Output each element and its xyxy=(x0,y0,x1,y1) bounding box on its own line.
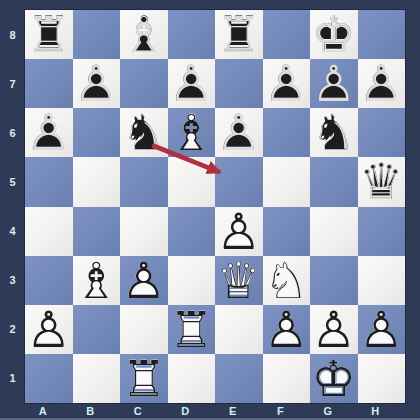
white-pawn[interactable]: ♟♙ xyxy=(358,305,406,354)
square-a2[interactable]: ♟♙ xyxy=(25,305,73,354)
square-f5[interactable] xyxy=(263,157,311,206)
black-rook-glyph: ♜ xyxy=(26,10,71,60)
square-d3[interactable] xyxy=(168,256,216,305)
square-d5[interactable] xyxy=(168,157,216,206)
white-pawn[interactable]: ♟♙ xyxy=(310,305,358,354)
black-pawn-glyph: ♟ xyxy=(169,59,214,109)
black-bishop-glyph: ♝ xyxy=(121,10,166,60)
black-rook-outline: ♖ xyxy=(26,10,71,60)
black-rook-glyph: ♜ xyxy=(216,10,261,60)
white-bishop-outline: ♗ xyxy=(74,256,119,306)
square-b5[interactable] xyxy=(73,157,121,206)
square-a1[interactable] xyxy=(25,354,73,403)
white-pawn-glyph: ♟ xyxy=(216,207,261,257)
black-king-glyph: ♚ xyxy=(311,10,356,60)
white-pawn-glyph: ♟ xyxy=(26,305,71,355)
black-pawn-glyph: ♟ xyxy=(311,59,356,109)
black-knight-glyph: ♞ xyxy=(311,108,356,158)
black-pawn-glyph: ♟ xyxy=(264,59,309,109)
white-pawn-glyph: ♟ xyxy=(121,256,166,306)
white-pawn[interactable]: ♟♙ xyxy=(215,207,263,256)
black-pawn[interactable]: ♟♙ xyxy=(73,59,121,108)
rank-label-6: 6 xyxy=(0,127,25,138)
white-pawn[interactable]: ♟♙ xyxy=(25,305,73,354)
black-pawn[interactable]: ♟♙ xyxy=(168,59,216,108)
chess-board-frame: ♜♖♝♗♜♖♚♔♟♙♟♙♟♙♟♙♟♙♟♙♞♘♝♗♟♙♞♘♛♕♟♙♝♗♟♙♛♕♞♘… xyxy=(0,0,420,420)
file-label-e: E xyxy=(223,405,243,420)
square-a8[interactable]: ♜♖ xyxy=(25,10,73,59)
square-c8[interactable]: ♝♗ xyxy=(120,10,168,59)
file-label-d: D xyxy=(175,405,195,420)
square-f2[interactable]: ♟♙ xyxy=(263,305,311,354)
rank-label-4: 4 xyxy=(0,226,25,237)
square-d8[interactable] xyxy=(168,10,216,59)
square-e7[interactable] xyxy=(215,59,263,108)
square-a5[interactable] xyxy=(25,157,73,206)
file-label-a: A xyxy=(33,405,53,420)
square-b1[interactable] xyxy=(73,354,121,403)
white-pawn-outline: ♙ xyxy=(216,207,261,257)
black-pawn-outline: ♙ xyxy=(169,59,214,109)
black-queen[interactable]: ♛♕ xyxy=(358,157,406,206)
black-pawn[interactable]: ♟♙ xyxy=(25,108,73,157)
black-pawn-glyph: ♟ xyxy=(26,108,71,158)
square-f8[interactable] xyxy=(263,10,311,59)
black-pawn[interactable]: ♟♙ xyxy=(358,59,406,108)
square-d1[interactable] xyxy=(168,354,216,403)
square-e1[interactable] xyxy=(215,354,263,403)
white-rook-glyph: ♜ xyxy=(169,305,214,355)
chess-board: ♜♖♝♗♜♖♚♔♟♙♟♙♟♙♟♙♟♙♟♙♞♘♝♗♟♙♞♘♛♕♟♙♝♗♟♙♛♕♞♘… xyxy=(25,10,405,403)
black-pawn[interactable]: ♟♙ xyxy=(263,59,311,108)
square-d7[interactable]: ♟♙ xyxy=(168,59,216,108)
black-king-outline: ♔ xyxy=(311,10,356,60)
white-bishop[interactable]: ♝♗ xyxy=(73,256,121,305)
black-rook[interactable]: ♜♖ xyxy=(215,10,263,59)
black-knight-glyph: ♞ xyxy=(121,108,166,158)
square-a7[interactable] xyxy=(25,59,73,108)
black-queen-outline: ♕ xyxy=(359,157,404,207)
square-h1[interactable] xyxy=(358,354,406,403)
square-d4[interactable] xyxy=(168,207,216,256)
white-bishop-glyph: ♝ xyxy=(74,256,119,306)
square-b4[interactable] xyxy=(73,207,121,256)
black-pawn-outline: ♙ xyxy=(359,59,404,109)
square-f1[interactable] xyxy=(263,354,311,403)
white-pawn-glyph: ♟ xyxy=(264,305,309,355)
square-a3[interactable] xyxy=(25,256,73,305)
white-pawn-outline: ♙ xyxy=(121,256,166,306)
file-label-c: C xyxy=(128,405,148,420)
white-pawn[interactable]: ♟♙ xyxy=(263,305,311,354)
square-g7[interactable]: ♟♙ xyxy=(310,59,358,108)
file-label-b: B xyxy=(80,405,100,420)
square-b6[interactable] xyxy=(73,108,121,157)
square-e2[interactable] xyxy=(215,305,263,354)
black-pawn[interactable]: ♟♙ xyxy=(215,108,263,157)
square-h7[interactable]: ♟♙ xyxy=(358,59,406,108)
white-queen-glyph: ♛ xyxy=(216,256,261,306)
black-bishop[interactable]: ♝♗ xyxy=(120,10,168,59)
white-rook-outline: ♖ xyxy=(169,305,214,355)
square-f3[interactable]: ♞♘ xyxy=(263,256,311,305)
black-pawn-outline: ♙ xyxy=(311,59,356,109)
black-knight-outline: ♘ xyxy=(311,108,356,158)
white-pawn-glyph: ♟ xyxy=(359,305,404,355)
square-f6[interactable] xyxy=(263,108,311,157)
square-f7[interactable]: ♟♙ xyxy=(263,59,311,108)
white-bishop[interactable]: ♝♗ xyxy=(168,108,216,157)
square-e5[interactable] xyxy=(215,157,263,206)
square-g6[interactable]: ♞♘ xyxy=(310,108,358,157)
file-label-g: G xyxy=(318,405,338,420)
square-c4[interactable] xyxy=(120,207,168,256)
square-h8[interactable] xyxy=(358,10,406,59)
square-b2[interactable] xyxy=(73,305,121,354)
square-c6[interactable]: ♞♘ xyxy=(120,108,168,157)
white-rook[interactable]: ♜♖ xyxy=(168,305,216,354)
square-e8[interactable]: ♜♖ xyxy=(215,10,263,59)
black-pawn-outline: ♙ xyxy=(26,108,71,158)
black-king[interactable]: ♚♔ xyxy=(310,10,358,59)
square-h3[interactable] xyxy=(358,256,406,305)
square-h2[interactable]: ♟♙ xyxy=(358,305,406,354)
square-a6[interactable]: ♟♙ xyxy=(25,108,73,157)
square-a4[interactable] xyxy=(25,207,73,256)
square-c1[interactable]: ♜♖ xyxy=(120,354,168,403)
black-pawn-outline: ♙ xyxy=(216,108,261,158)
rank-label-5: 5 xyxy=(0,176,25,187)
square-g4[interactable] xyxy=(310,207,358,256)
black-rook[interactable]: ♜♖ xyxy=(25,10,73,59)
white-queen-outline: ♕ xyxy=(216,256,261,306)
square-g5[interactable] xyxy=(310,157,358,206)
square-c2[interactable] xyxy=(120,305,168,354)
white-knight[interactable]: ♞♘ xyxy=(263,256,311,305)
black-queen-glyph: ♛ xyxy=(359,157,404,207)
square-h5[interactable]: ♛♕ xyxy=(358,157,406,206)
file-label-h: H xyxy=(365,405,385,420)
white-rook-glyph: ♜ xyxy=(121,354,166,404)
black-knight-outline: ♘ xyxy=(121,108,166,158)
white-rook[interactable]: ♜♖ xyxy=(120,354,168,403)
square-h6[interactable] xyxy=(358,108,406,157)
black-pawn-glyph: ♟ xyxy=(359,59,404,109)
black-knight[interactable]: ♞♘ xyxy=(120,108,168,157)
black-pawn-glyph: ♟ xyxy=(216,108,261,158)
white-pawn-outline: ♙ xyxy=(311,305,356,355)
black-pawn-outline: ♙ xyxy=(264,59,309,109)
square-c5[interactable] xyxy=(120,157,168,206)
square-g8[interactable]: ♚♔ xyxy=(310,10,358,59)
black-pawn-outline: ♙ xyxy=(74,59,119,109)
black-rook-outline: ♖ xyxy=(216,10,261,60)
rank-label-8: 8 xyxy=(0,29,25,40)
square-b8[interactable] xyxy=(73,10,121,59)
white-pawn-outline: ♙ xyxy=(359,305,404,355)
white-pawn-outline: ♙ xyxy=(264,305,309,355)
square-b7[interactable]: ♟♙ xyxy=(73,59,121,108)
rank-label-2: 2 xyxy=(0,324,25,335)
black-pawn-glyph: ♟ xyxy=(74,59,119,109)
white-pawn[interactable]: ♟♙ xyxy=(120,256,168,305)
square-g2[interactable]: ♟♙ xyxy=(310,305,358,354)
black-bishop-outline: ♗ xyxy=(121,10,166,60)
white-pawn-outline: ♙ xyxy=(26,305,71,355)
rank-label-7: 7 xyxy=(0,78,25,89)
square-e6[interactable]: ♟♙ xyxy=(215,108,263,157)
white-bishop-glyph: ♝ xyxy=(169,108,214,158)
white-king[interactable]: ♚♔ xyxy=(310,354,358,403)
square-d6[interactable]: ♝♗ xyxy=(168,108,216,157)
white-knight-glyph: ♞ xyxy=(264,256,309,306)
white-pawn-glyph: ♟ xyxy=(311,305,356,355)
square-e3[interactable]: ♛♕ xyxy=(215,256,263,305)
square-h4[interactable] xyxy=(358,207,406,256)
white-king-outline: ♔ xyxy=(311,354,356,404)
black-knight[interactable]: ♞♘ xyxy=(310,108,358,157)
white-bishop-outline: ♗ xyxy=(169,108,214,158)
rank-label-1: 1 xyxy=(0,373,25,384)
square-g3[interactable] xyxy=(310,256,358,305)
white-rook-outline: ♖ xyxy=(121,354,166,404)
square-c3[interactable]: ♟♙ xyxy=(120,256,168,305)
square-b3[interactable]: ♝♗ xyxy=(73,256,121,305)
square-c7[interactable] xyxy=(120,59,168,108)
white-knight-outline: ♘ xyxy=(264,256,309,306)
white-queen[interactable]: ♛♕ xyxy=(215,256,263,305)
square-e4[interactable]: ♟♙ xyxy=(215,207,263,256)
white-king-glyph: ♚ xyxy=(311,354,356,404)
rank-label-3: 3 xyxy=(0,275,25,286)
square-d2[interactable]: ♜♖ xyxy=(168,305,216,354)
square-f4[interactable] xyxy=(263,207,311,256)
square-g1[interactable]: ♚♔ xyxy=(310,354,358,403)
black-pawn[interactable]: ♟♙ xyxy=(310,59,358,108)
file-label-f: F xyxy=(270,405,290,420)
